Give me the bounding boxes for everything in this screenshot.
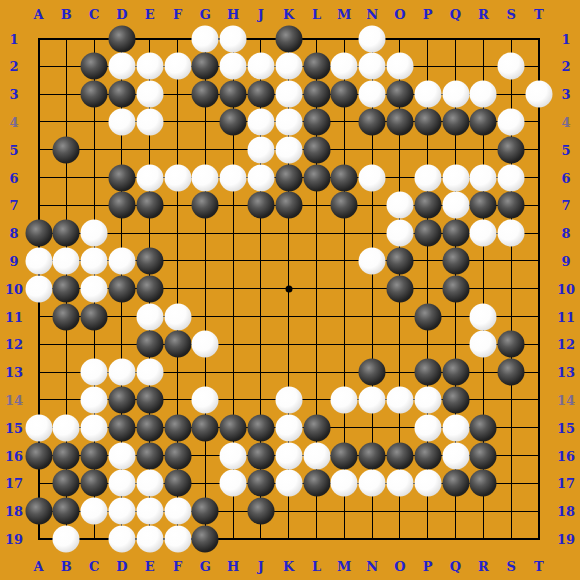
stone-black[interactable] <box>442 470 469 497</box>
stone-white[interactable] <box>470 220 497 247</box>
stone-white[interactable] <box>81 275 108 302</box>
stone-white[interactable] <box>414 164 441 191</box>
row-label-right: 18 <box>557 505 575 518</box>
stone-white[interactable] <box>164 525 191 552</box>
stone-white[interactable] <box>275 136 302 163</box>
stone-black[interactable] <box>247 414 274 441</box>
stone-white[interactable] <box>442 442 469 469</box>
stone-white[interactable] <box>247 108 274 135</box>
stone-white[interactable] <box>136 303 163 330</box>
stone-white[interactable] <box>192 331 219 358</box>
stone-white[interactable] <box>136 498 163 525</box>
column-label-top: B <box>61 8 72 21</box>
column-label-bottom: K <box>283 560 294 573</box>
stone-black[interactable] <box>303 108 330 135</box>
column-label-bottom: H <box>227 560 239 573</box>
stone-white[interactable] <box>386 220 413 247</box>
stone-white[interactable] <box>164 303 191 330</box>
row-label-left: 13 <box>5 366 23 379</box>
stone-black[interactable] <box>303 470 330 497</box>
stone-white[interactable] <box>81 220 108 247</box>
stone-white[interactable] <box>136 359 163 386</box>
stone-white[interactable] <box>108 470 135 497</box>
stone-black[interactable] <box>359 442 386 469</box>
stone-black[interactable] <box>220 108 247 135</box>
stone-black[interactable] <box>470 470 497 497</box>
row-label-right: 19 <box>557 532 575 545</box>
stone-white[interactable] <box>108 53 135 80</box>
stone-white[interactable] <box>81 247 108 274</box>
stone-white[interactable] <box>136 470 163 497</box>
stone-white[interactable] <box>331 53 358 80</box>
stone-black[interactable] <box>442 220 469 247</box>
stone-black[interactable] <box>136 192 163 219</box>
column-label-bottom: J <box>258 560 264 573</box>
stone-white[interactable] <box>470 81 497 108</box>
stone-white[interactable] <box>386 470 413 497</box>
stone-white[interactable] <box>108 525 135 552</box>
stone-black[interactable] <box>442 275 469 302</box>
column-label-top: E <box>145 8 155 21</box>
row-label-right: 9 <box>561 254 570 267</box>
column-label-bottom: N <box>366 560 378 573</box>
stone-black[interactable] <box>470 442 497 469</box>
stone-white[interactable] <box>220 442 247 469</box>
stone-white[interactable] <box>136 81 163 108</box>
column-label-top: D <box>116 8 127 21</box>
stone-white[interactable] <box>414 81 441 108</box>
stone-black[interactable] <box>108 386 135 413</box>
column-label-bottom: L <box>312 560 321 573</box>
stone-black[interactable] <box>25 498 52 525</box>
stone-black[interactable] <box>164 442 191 469</box>
stone-black[interactable] <box>192 525 219 552</box>
row-label-left: 11 <box>5 310 23 323</box>
row-label-left: 1 <box>9 32 18 45</box>
row-label-left: 5 <box>9 143 18 156</box>
row-label-left: 6 <box>9 171 18 184</box>
stone-white[interactable] <box>275 81 302 108</box>
stone-white[interactable] <box>359 247 386 274</box>
row-label-right: 16 <box>557 449 575 462</box>
row-label-right: 7 <box>561 199 570 212</box>
stone-black[interactable] <box>247 81 274 108</box>
stone-white[interactable] <box>525 81 552 108</box>
row-label-left: 7 <box>9 199 18 212</box>
stone-black[interactable] <box>108 81 135 108</box>
column-label-top: R <box>478 8 489 21</box>
stone-black[interactable] <box>220 414 247 441</box>
stone-black[interactable] <box>331 192 358 219</box>
stone-black[interactable] <box>136 331 163 358</box>
stone-black[interactable] <box>470 108 497 135</box>
row-label-right: 2 <box>561 60 570 73</box>
stone-black[interactable] <box>414 359 441 386</box>
column-label-top: G <box>200 8 211 21</box>
stone-black[interactable] <box>53 136 80 163</box>
stone-white[interactable] <box>414 386 441 413</box>
stone-black[interactable] <box>386 108 413 135</box>
stone-black[interactable] <box>192 498 219 525</box>
stone-black[interactable] <box>331 164 358 191</box>
stone-black[interactable] <box>414 442 441 469</box>
stone-black[interactable] <box>53 220 80 247</box>
stone-black[interactable] <box>414 192 441 219</box>
column-label-bottom: T <box>534 560 544 573</box>
stone-black[interactable] <box>470 414 497 441</box>
stone-black[interactable] <box>53 303 80 330</box>
stone-white[interactable] <box>164 498 191 525</box>
row-label-right: 10 <box>557 282 575 295</box>
stone-black[interactable] <box>247 470 274 497</box>
stone-white[interactable] <box>81 386 108 413</box>
column-label-top: F <box>173 8 182 21</box>
stone-white[interactable] <box>220 470 247 497</box>
stone-black[interactable] <box>247 192 274 219</box>
stone-white[interactable] <box>247 136 274 163</box>
star-point <box>285 285 292 292</box>
stone-white[interactable] <box>81 414 108 441</box>
stone-white[interactable] <box>303 442 330 469</box>
stone-white[interactable] <box>470 164 497 191</box>
stone-black[interactable] <box>136 275 163 302</box>
stone-white[interactable] <box>108 359 135 386</box>
row-label-left: 2 <box>9 60 18 73</box>
row-label-left: 3 <box>9 88 18 101</box>
stone-black[interactable] <box>303 53 330 80</box>
column-label-top: Q <box>450 8 461 21</box>
stone-white[interactable] <box>136 525 163 552</box>
column-label-top: H <box>227 8 239 21</box>
row-label-left: 18 <box>5 505 23 518</box>
stone-black[interactable] <box>192 414 219 441</box>
row-label-right: 4 <box>561 115 570 128</box>
stone-black[interactable] <box>25 442 52 469</box>
stone-black[interactable] <box>303 164 330 191</box>
stone-black[interactable] <box>498 136 525 163</box>
stone-black[interactable] <box>386 81 413 108</box>
column-label-bottom: G <box>200 560 211 573</box>
column-label-bottom: P <box>423 560 433 573</box>
row-label-right: 6 <box>561 171 570 184</box>
stone-white[interactable] <box>470 303 497 330</box>
stone-black[interactable] <box>192 53 219 80</box>
row-label-right: 12 <box>557 338 575 351</box>
stone-white[interactable] <box>414 414 441 441</box>
stone-white[interactable] <box>192 25 219 52</box>
column-label-top: K <box>283 8 294 21</box>
stone-white[interactable] <box>442 164 469 191</box>
stone-black[interactable] <box>414 220 441 247</box>
stone-black[interactable] <box>331 442 358 469</box>
stone-white[interactable] <box>220 25 247 52</box>
grid-line-horizontal <box>39 316 539 317</box>
stone-white[interactable] <box>136 164 163 191</box>
stone-white[interactable] <box>359 81 386 108</box>
stone-white[interactable] <box>81 359 108 386</box>
column-label-bottom: Q <box>450 560 461 573</box>
stone-black[interactable] <box>108 164 135 191</box>
stone-white[interactable] <box>275 442 302 469</box>
stone-black[interactable] <box>303 81 330 108</box>
column-label-top: T <box>534 8 544 21</box>
stone-black[interactable] <box>442 386 469 413</box>
stone-black[interactable] <box>220 81 247 108</box>
row-label-left: 4 <box>9 115 18 128</box>
column-label-top: O <box>394 8 405 21</box>
row-label-right: 17 <box>557 477 575 490</box>
column-label-bottom: F <box>173 560 182 573</box>
stone-white[interactable] <box>359 386 386 413</box>
stone-black[interactable] <box>386 275 413 302</box>
stone-black[interactable] <box>136 386 163 413</box>
stone-white[interactable] <box>53 525 80 552</box>
stone-white[interactable] <box>220 164 247 191</box>
stone-white[interactable] <box>498 220 525 247</box>
stone-black[interactable] <box>386 247 413 274</box>
stone-black[interactable] <box>136 247 163 274</box>
stone-white[interactable] <box>25 247 52 274</box>
stone-black[interactable] <box>498 192 525 219</box>
stone-black[interactable] <box>81 81 108 108</box>
stone-white[interactable] <box>108 442 135 469</box>
row-label-right: 1 <box>561 32 570 45</box>
stone-white[interactable] <box>414 470 441 497</box>
stone-black[interactable] <box>442 247 469 274</box>
stone-white[interactable] <box>386 192 413 219</box>
column-label-top: A <box>33 8 43 21</box>
stone-white[interactable] <box>25 275 52 302</box>
column-label-top: S <box>506 8 515 21</box>
stone-white[interactable] <box>386 53 413 80</box>
stone-white[interactable] <box>247 164 274 191</box>
stone-black[interactable] <box>414 303 441 330</box>
stone-black[interactable] <box>53 470 80 497</box>
row-label-right: 13 <box>557 366 575 379</box>
stone-white[interactable] <box>498 108 525 135</box>
stone-white[interactable] <box>53 414 80 441</box>
stone-white[interactable] <box>470 331 497 358</box>
row-label-left: 10 <box>5 282 23 295</box>
stone-black[interactable] <box>108 25 135 52</box>
column-label-bottom: R <box>478 560 489 573</box>
column-label-top: L <box>312 8 321 21</box>
stone-white[interactable] <box>192 386 219 413</box>
stone-white[interactable] <box>81 498 108 525</box>
stone-white[interactable] <box>108 247 135 274</box>
stone-black[interactable] <box>108 414 135 441</box>
column-label-bottom: E <box>145 560 155 573</box>
stone-black[interactable] <box>359 359 386 386</box>
column-label-top: J <box>258 8 264 21</box>
stone-white[interactable] <box>359 164 386 191</box>
row-label-left: 19 <box>5 532 23 545</box>
column-label-bottom: O <box>394 560 405 573</box>
stone-black[interactable] <box>275 164 302 191</box>
row-label-left: 12 <box>5 338 23 351</box>
stone-white[interactable] <box>275 53 302 80</box>
column-label-bottom: C <box>89 560 99 573</box>
stone-white[interactable] <box>164 164 191 191</box>
stone-white[interactable] <box>442 414 469 441</box>
row-label-right: 5 <box>561 143 570 156</box>
stone-white[interactable] <box>108 498 135 525</box>
stone-black[interactable] <box>192 81 219 108</box>
column-label-top: P <box>423 8 433 21</box>
row-label-left: 8 <box>9 227 18 240</box>
stone-black[interactable] <box>136 442 163 469</box>
stone-black[interactable] <box>81 303 108 330</box>
stone-black[interactable] <box>81 470 108 497</box>
row-label-left: 14 <box>5 393 23 406</box>
stone-white[interactable] <box>498 164 525 191</box>
stone-white[interactable] <box>247 53 274 80</box>
row-label-left: 16 <box>5 449 23 462</box>
stone-black[interactable] <box>303 136 330 163</box>
column-label-bottom: S <box>506 560 515 573</box>
stone-black[interactable] <box>136 414 163 441</box>
stone-black[interactable] <box>331 81 358 108</box>
stone-white[interactable] <box>331 386 358 413</box>
stone-white[interactable] <box>136 108 163 135</box>
stone-black[interactable] <box>275 192 302 219</box>
row-label-right: 15 <box>557 421 575 434</box>
stone-black[interactable] <box>53 275 80 302</box>
stone-white[interactable] <box>136 53 163 80</box>
stone-black[interactable] <box>108 192 135 219</box>
stone-black[interactable] <box>108 275 135 302</box>
row-label-right: 8 <box>561 227 570 240</box>
stone-white[interactable] <box>359 25 386 52</box>
stone-black[interactable] <box>81 442 108 469</box>
stone-black[interactable] <box>359 108 386 135</box>
stone-white[interactable] <box>442 81 469 108</box>
column-label-bottom: D <box>116 560 127 573</box>
column-label-bottom: M <box>337 560 351 573</box>
grid-line-horizontal <box>39 344 539 345</box>
stone-white[interactable] <box>164 53 191 80</box>
stone-white[interactable] <box>386 386 413 413</box>
row-label-left: 9 <box>9 254 18 267</box>
row-label-right: 14 <box>557 393 575 406</box>
row-label-left: 17 <box>5 477 23 490</box>
column-label-top: N <box>366 8 378 21</box>
stone-white[interactable] <box>442 192 469 219</box>
stone-black[interactable] <box>275 25 302 52</box>
stone-black[interactable] <box>164 470 191 497</box>
row-label-right: 3 <box>561 88 570 101</box>
stone-white[interactable] <box>359 53 386 80</box>
stone-white[interactable] <box>275 108 302 135</box>
stone-black[interactable] <box>386 442 413 469</box>
stone-white[interactable] <box>331 470 358 497</box>
stone-black[interactable] <box>247 498 274 525</box>
go-board[interactable]: ABCDEFGHJKLMNOPQRST ABCDEFGHJKLMNOPQRST … <box>0 0 580 580</box>
stone-black[interactable] <box>470 192 497 219</box>
stone-white[interactable] <box>108 108 135 135</box>
stone-white[interactable] <box>275 386 302 413</box>
stone-black[interactable] <box>25 220 52 247</box>
stone-black[interactable] <box>53 442 80 469</box>
stone-black[interactable] <box>164 331 191 358</box>
row-label-left: 15 <box>5 421 23 434</box>
stone-black[interactable] <box>192 192 219 219</box>
stone-black[interactable] <box>164 414 191 441</box>
stone-white[interactable] <box>192 164 219 191</box>
column-label-top: C <box>89 8 99 21</box>
stone-white[interactable] <box>498 53 525 80</box>
stone-black[interactable] <box>414 108 441 135</box>
stone-black[interactable] <box>498 359 525 386</box>
stone-black[interactable] <box>442 108 469 135</box>
stone-white[interactable] <box>25 414 52 441</box>
column-label-bottom: B <box>61 560 72 573</box>
stone-black[interactable] <box>498 331 525 358</box>
row-label-right: 11 <box>557 310 575 323</box>
stone-black[interactable] <box>81 53 108 80</box>
column-label-top: M <box>337 8 351 21</box>
stone-black[interactable] <box>442 359 469 386</box>
stone-black[interactable] <box>53 498 80 525</box>
stone-white[interactable] <box>359 470 386 497</box>
stone-white[interactable] <box>275 414 302 441</box>
stone-white[interactable] <box>275 470 302 497</box>
stone-black[interactable] <box>303 414 330 441</box>
column-label-bottom: A <box>33 560 43 573</box>
stone-white[interactable] <box>220 53 247 80</box>
stone-black[interactable] <box>247 442 274 469</box>
stone-white[interactable] <box>53 247 80 274</box>
